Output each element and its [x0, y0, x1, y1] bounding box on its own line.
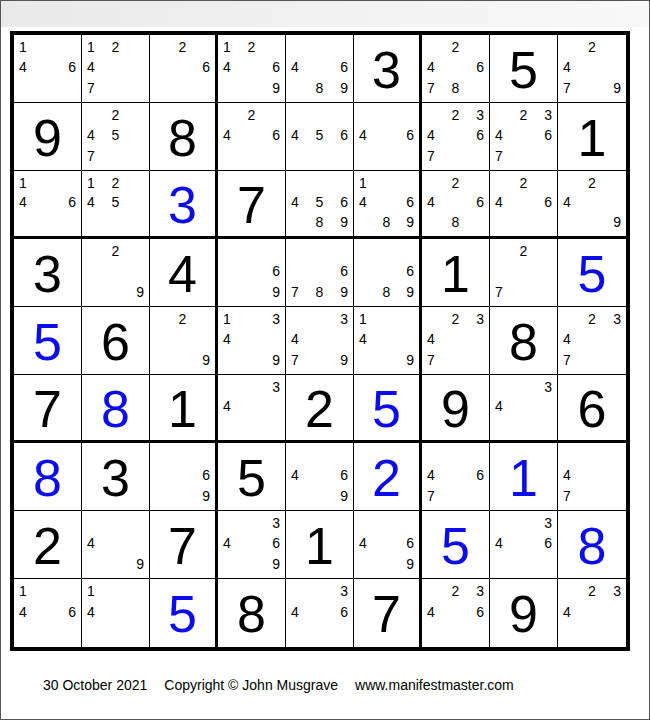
cell-r4c2[interactable]: 29 [82, 239, 150, 307]
candidate-3: 3 [465, 581, 484, 602]
candidate-empty [242, 57, 261, 77]
cell-value: 2 [372, 452, 401, 504]
candidate-grid: 46 [354, 103, 419, 170]
cell-r5c5[interactable]: 3479 [286, 307, 354, 375]
candidate-empty [155, 57, 173, 77]
candidate-empty [329, 173, 348, 193]
candidate-empty [223, 261, 242, 281]
candidate-7: 7 [427, 78, 446, 98]
cell-r2c7[interactable]: 23467 [422, 103, 490, 171]
cell-r6c7[interactable]: 9 [422, 375, 490, 443]
candidate-empty [223, 241, 242, 261]
candidate-7: 7 [87, 146, 106, 166]
candidate-grid: 469 [354, 511, 419, 578]
candidate-2: 2 [173, 309, 191, 329]
cell-r7c1[interactable]: 8 [14, 443, 82, 511]
cell-r4c4[interactable]: 69 [218, 239, 286, 307]
candidate-empty [582, 329, 601, 349]
candidate-empty [602, 193, 621, 213]
cell-r2c8[interactable]: 23467 [490, 103, 558, 171]
candidate-4: 4 [495, 397, 514, 417]
candidate-4: 4 [495, 533, 514, 553]
candidate-grid: 146 [14, 171, 81, 236]
candidate-6: 6 [261, 261, 280, 281]
cell-r6c4[interactable]: 34 [218, 375, 286, 443]
cell-value: 8 [578, 520, 607, 572]
cell-r1c1[interactable]: 146 [14, 35, 82, 103]
candidate-empty [514, 282, 533, 302]
candidate-empty [291, 309, 310, 329]
cell-r3c2[interactable]: 1245 [82, 171, 150, 239]
candidate-empty [377, 350, 395, 370]
candidate-empty [563, 622, 582, 643]
cell-r6c6[interactable]: 5 [354, 375, 422, 443]
candidate-2: 2 [446, 581, 465, 602]
candidate-7: 7 [495, 146, 514, 166]
cell-r3c1[interactable]: 146 [14, 171, 82, 239]
cell-r1c9[interactable]: 2479 [558, 35, 626, 103]
cell-r5c2[interactable]: 6 [82, 307, 150, 375]
candidate-4: 4 [495, 125, 514, 145]
candidate-empty [377, 146, 395, 166]
candidate-empty [155, 486, 173, 506]
candidate-3: 3 [533, 105, 552, 125]
candidate-empty [514, 146, 533, 166]
candidate-empty [223, 105, 242, 125]
candidate-empty [261, 105, 280, 125]
candidate-empty [242, 397, 261, 417]
candidate-empty [125, 261, 144, 281]
candidate-1: 1 [19, 581, 38, 602]
candidate-empty [242, 146, 261, 166]
cell-value: 7 [33, 383, 62, 435]
candidate-grid: 12469 [218, 35, 285, 102]
title-bar[interactable] [1, 1, 649, 27]
candidate-empty [19, 622, 38, 643]
candidate-9: 9 [261, 554, 280, 574]
candidate-empty [602, 57, 621, 77]
cell-r4c6[interactable]: 689 [354, 239, 422, 307]
cell-value: 5 [33, 316, 62, 368]
cell-r3c9[interactable]: 249 [558, 171, 626, 239]
candidate-empty [125, 57, 144, 77]
candidate-empty [563, 212, 582, 232]
candidate-empty [427, 173, 446, 193]
candidate-empty [495, 416, 514, 436]
candidate-empty [173, 78, 191, 98]
cell-r2c9[interactable]: 1 [558, 103, 626, 171]
candidate-4: 4 [291, 602, 310, 623]
candidate-empty [533, 554, 552, 574]
candidate-empty [582, 622, 601, 643]
cell-r8c7[interactable]: 5 [422, 511, 490, 579]
candidate-empty [533, 397, 552, 417]
candidate-empty [427, 37, 446, 57]
cell-r3c6[interactable]: 14689 [354, 171, 422, 239]
candidate-8: 8 [310, 212, 329, 232]
candidate-empty [495, 513, 514, 533]
candidate-empty [242, 261, 261, 281]
candidate-9: 9 [125, 554, 144, 574]
candidate-7: 7 [291, 282, 310, 302]
cell-r8c5[interactable]: 1 [286, 511, 354, 579]
candidate-empty [359, 105, 377, 125]
candidate-6: 6 [465, 125, 484, 145]
cell-r7c4[interactable]: 5 [218, 443, 286, 511]
candidate-4: 4 [87, 533, 106, 553]
candidate-1: 1 [223, 37, 242, 57]
cell-r7c6[interactable]: 2 [354, 443, 422, 511]
candidate-empty [582, 78, 601, 98]
candidate-7: 7 [427, 350, 446, 370]
candidate-empty [57, 622, 76, 643]
cell-r4c8[interactable]: 27 [490, 239, 558, 307]
candidate-grid: 2457 [82, 103, 149, 170]
candidate-grid: 246 [490, 171, 557, 236]
candidate-empty [310, 581, 329, 602]
candidate-empty [261, 329, 280, 349]
candidate-6: 6 [533, 193, 552, 213]
candidate-4: 4 [427, 57, 446, 77]
cell-r6c1[interactable]: 7 [14, 375, 82, 443]
candidate-grid: 2468 [422, 171, 489, 236]
candidate-empty [465, 37, 484, 57]
cell-r1c4[interactable]: 12469 [218, 35, 286, 103]
candidate-empty [446, 486, 465, 506]
footer-website: www.manifestmaster.com [355, 677, 514, 693]
candidate-6: 6 [329, 261, 348, 281]
candidate-empty [173, 445, 191, 465]
candidate-grid: 14689 [354, 171, 419, 236]
candidate-2: 2 [106, 37, 125, 57]
candidate-empty [602, 622, 621, 643]
cell-r5c7[interactable]: 2347 [422, 307, 490, 375]
cell-r8c6[interactable]: 469 [354, 511, 422, 579]
candidate-empty [377, 329, 395, 349]
candidate-9: 9 [261, 350, 280, 370]
cell-r2c6[interactable]: 46 [354, 103, 422, 171]
cell-value: 1 [305, 520, 334, 572]
candidate-grid: 69 [218, 239, 285, 306]
cell-r8c8[interactable]: 346 [490, 511, 558, 579]
candidate-empty [396, 241, 414, 261]
candidate-grid: 49 [82, 511, 149, 578]
candidate-9: 9 [396, 350, 414, 370]
candidate-empty [359, 241, 377, 261]
candidate-empty [106, 554, 125, 574]
cell-r8c9[interactable]: 8 [558, 511, 626, 579]
candidate-empty [192, 445, 210, 465]
candidate-empty [329, 241, 348, 261]
candidate-empty [242, 282, 261, 302]
candidate-empty [261, 37, 280, 57]
candidate-2: 2 [446, 309, 465, 329]
candidate-6: 6 [533, 533, 552, 553]
candidate-empty [563, 309, 582, 329]
candidate-empty [125, 513, 144, 533]
cell-r5c9[interactable]: 2347 [558, 307, 626, 375]
cell-r2c2[interactable]: 2457 [82, 103, 150, 171]
candidate-4: 4 [291, 193, 310, 213]
candidate-empty [377, 193, 395, 213]
cell-r4c7[interactable]: 1 [422, 239, 490, 307]
candidate-empty [106, 78, 125, 98]
candidate-empty [125, 125, 144, 145]
candidate-empty [155, 329, 173, 349]
cell-r2c5[interactable]: 456 [286, 103, 354, 171]
candidate-2: 2 [446, 173, 465, 193]
cell-r9c4[interactable]: 8 [218, 579, 286, 647]
cell-r1c2[interactable]: 1247 [82, 35, 150, 103]
candidate-empty [602, 486, 621, 506]
candidate-2: 2 [106, 173, 125, 193]
cell-r3c7[interactable]: 2468 [422, 171, 490, 239]
candidate-empty [582, 212, 601, 232]
candidate-empty [377, 105, 395, 125]
candidate-empty [242, 416, 261, 436]
candidate-empty [446, 193, 465, 213]
cell-r2c3[interactable]: 8 [150, 103, 218, 171]
candidate-3: 3 [465, 309, 484, 329]
candidate-empty [446, 146, 465, 166]
candidate-empty [377, 173, 395, 193]
cell-r4c1[interactable]: 3 [14, 239, 82, 307]
candidate-4: 4 [19, 193, 38, 213]
cell-value: 5 [237, 452, 266, 504]
candidate-3: 3 [329, 581, 348, 602]
candidate-empty [310, 602, 329, 623]
cell-r9c6[interactable]: 7 [354, 579, 422, 647]
candidate-empty [223, 513, 242, 533]
candidate-2: 2 [514, 241, 533, 261]
cell-r8c4[interactable]: 3469 [218, 511, 286, 579]
cell-r7c5[interactable]: 469 [286, 443, 354, 511]
candidate-empty [310, 350, 329, 370]
cell-value: 4 [168, 248, 197, 300]
candidate-empty [223, 350, 242, 370]
candidate-empty [38, 173, 57, 193]
candidate-empty [377, 241, 395, 261]
cell-r5c8[interactable]: 8 [490, 307, 558, 375]
cell-r9c2[interactable]: 14 [82, 579, 150, 647]
candidate-1: 1 [359, 173, 377, 193]
cell-r1c8[interactable]: 5 [490, 35, 558, 103]
candidate-2: 2 [446, 37, 465, 57]
candidate-empty [310, 486, 329, 506]
cell-r5c4[interactable]: 1349 [218, 307, 286, 375]
candidate-empty [377, 533, 395, 553]
candidate-2: 2 [242, 105, 261, 125]
cell-r9c9[interactable]: 234 [558, 579, 626, 647]
cell-value: 3 [101, 452, 130, 504]
candidate-empty [223, 416, 242, 436]
cell-r5c3[interactable]: 29 [150, 307, 218, 375]
candidate-empty [242, 125, 261, 145]
cell-r7c3[interactable]: 69 [150, 443, 218, 511]
candidate-grid: 1349 [218, 307, 285, 374]
cell-value: 1 [168, 383, 197, 435]
candidate-empty [38, 602, 57, 623]
candidate-empty [242, 309, 261, 329]
candidate-empty [19, 212, 38, 232]
candidate-empty [310, 329, 329, 349]
candidate-empty [87, 513, 106, 533]
cell-r4c5[interactable]: 6789 [286, 239, 354, 307]
cell-r6c8[interactable]: 34 [490, 375, 558, 443]
candidate-empty [125, 105, 144, 125]
footer: 30 October 2021 Copyright © John Musgrav… [43, 677, 514, 693]
candidate-4: 4 [563, 193, 582, 213]
candidate-grid: 6789 [286, 239, 353, 306]
candidate-empty [377, 261, 395, 281]
candidate-4: 4 [223, 125, 242, 145]
candidate-empty [87, 241, 106, 261]
candidate-2: 2 [106, 241, 125, 261]
candidate-empty [310, 37, 329, 57]
cell-r5c1[interactable]: 5 [14, 307, 82, 375]
candidate-empty [533, 241, 552, 261]
candidate-empty [359, 261, 377, 281]
candidate-5: 5 [106, 125, 125, 145]
cell-r3c3[interactable]: 3 [150, 171, 218, 239]
candidate-9: 9 [329, 212, 348, 232]
candidate-empty [106, 212, 125, 232]
candidate-7: 7 [563, 486, 582, 506]
candidate-empty [329, 105, 348, 125]
candidate-empty [192, 329, 210, 349]
cell-r7c2[interactable]: 3 [82, 443, 150, 511]
cell-value: 8 [237, 588, 266, 640]
candidate-6: 6 [329, 57, 348, 77]
cell-r7c8[interactable]: 1 [490, 443, 558, 511]
candidate-4: 4 [87, 125, 106, 145]
candidate-empty [495, 554, 514, 574]
cell-r8c1[interactable]: 2 [14, 511, 82, 579]
candidate-grid: 3479 [286, 307, 353, 374]
candidate-1: 1 [19, 173, 38, 193]
candidate-empty [125, 78, 144, 98]
candidate-empty [87, 212, 106, 232]
candidate-9: 9 [329, 350, 348, 370]
candidate-empty [310, 465, 329, 485]
candidate-5: 5 [106, 193, 125, 213]
candidate-empty [310, 146, 329, 166]
candidate-empty [465, 78, 484, 98]
candidate-7: 7 [427, 486, 446, 506]
candidate-grid: 47 [558, 443, 626, 510]
candidate-3: 3 [533, 513, 552, 533]
cell-r6c2[interactable]: 8 [82, 375, 150, 443]
cell-r8c2[interactable]: 49 [82, 511, 150, 579]
candidate-1: 1 [223, 309, 242, 329]
candidate-empty [514, 261, 533, 281]
cell-value: 5 [372, 383, 401, 435]
candidate-4: 4 [291, 465, 310, 485]
candidate-6: 6 [465, 465, 484, 485]
candidate-grid: 23467 [490, 103, 557, 170]
candidate-empty [261, 397, 280, 417]
candidate-empty [427, 581, 446, 602]
candidate-empty [329, 146, 348, 166]
candidate-empty [533, 212, 552, 232]
candidate-empty [359, 282, 377, 302]
cell-r1c3[interactable]: 26 [150, 35, 218, 103]
candidate-empty [563, 581, 582, 602]
candidate-2: 2 [582, 37, 601, 57]
candidate-4: 4 [223, 397, 242, 417]
cell-r9c7[interactable]: 2346 [422, 579, 490, 647]
cell-r4c9[interactable]: 5 [558, 239, 626, 307]
candidate-empty [223, 554, 242, 574]
candidate-empty [291, 212, 310, 232]
candidate-4: 4 [291, 125, 310, 145]
cell-r7c9[interactable]: 47 [558, 443, 626, 511]
candidate-2: 2 [514, 173, 533, 193]
cell-r1c5[interactable]: 4689 [286, 35, 354, 103]
candidate-empty [291, 105, 310, 125]
candidate-3: 3 [602, 309, 621, 329]
candidate-empty [329, 622, 348, 643]
candidate-empty [87, 622, 106, 643]
cell-r4c3[interactable]: 4 [150, 239, 218, 307]
cell-r8c3[interactable]: 7 [150, 511, 218, 579]
candidate-grid: 246 [218, 103, 285, 170]
candidate-6: 6 [329, 125, 348, 145]
candidate-empty [359, 212, 377, 232]
cell-r6c9[interactable]: 6 [558, 375, 626, 443]
footer-copyright: Copyright © John Musgrave [164, 677, 338, 693]
cell-r3c5[interactable]: 45689 [286, 171, 354, 239]
candidate-empty [57, 37, 76, 57]
candidate-empty [291, 78, 310, 98]
candidate-empty [173, 350, 191, 370]
cell-r1c7[interactable]: 24678 [422, 35, 490, 103]
candidate-empty [125, 602, 144, 623]
candidate-empty [514, 513, 533, 533]
cell-r7c7[interactable]: 467 [422, 443, 490, 511]
candidate-empty [533, 282, 552, 302]
candidate-empty [106, 261, 125, 281]
cell-r9c5[interactable]: 346 [286, 579, 354, 647]
candidate-empty [38, 78, 57, 98]
candidate-empty [602, 329, 621, 349]
candidate-empty [514, 554, 533, 574]
cell-r5c6[interactable]: 149 [354, 307, 422, 375]
candidate-3: 3 [465, 105, 484, 125]
candidate-3: 3 [261, 309, 280, 329]
cell-r9c8[interactable]: 9 [490, 579, 558, 647]
candidate-4: 4 [359, 193, 377, 213]
candidate-empty [465, 622, 484, 643]
cell-r2c1[interactable]: 9 [14, 103, 82, 171]
candidate-empty [291, 261, 310, 281]
candidate-3: 3 [329, 309, 348, 329]
cell-r9c3[interactable]: 5 [150, 579, 218, 647]
cell-r3c8[interactable]: 246 [490, 171, 558, 239]
cell-r6c5[interactable]: 2 [286, 375, 354, 443]
cell-r1c6[interactable]: 3 [354, 35, 422, 103]
candidate-empty [291, 486, 310, 506]
candidate-empty [602, 465, 621, 485]
cell-r9c1[interactable]: 146 [14, 579, 82, 647]
cell-r6c3[interactable]: 1 [150, 375, 218, 443]
cell-r2c4[interactable]: 246 [218, 103, 286, 171]
cell-r3c4[interactable]: 7 [218, 171, 286, 239]
candidate-empty [310, 445, 329, 465]
candidate-8: 8 [446, 78, 465, 98]
candidate-empty [19, 78, 38, 98]
candidate-empty [38, 212, 57, 232]
